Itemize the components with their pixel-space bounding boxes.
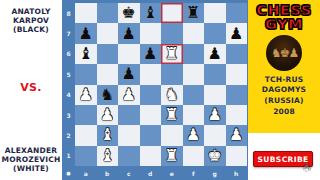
- square-c5[interactable]: ♟: [118, 64, 140, 84]
- brand-line2: GYM: [248, 18, 320, 32]
- black-player-name: ANATOLY KARPOV (BLACK): [0, 7, 62, 34]
- square-b8[interactable]: [97, 3, 119, 23]
- square-f6[interactable]: [183, 44, 205, 64]
- black-rook-f8[interactable]: ♜: [186, 5, 200, 21]
- square-d6[interactable]: ♟: [140, 44, 162, 64]
- square-f4[interactable]: [183, 85, 205, 105]
- square-g2[interactable]: [204, 125, 226, 145]
- channel-brand: CHESS GYM: [248, 0, 320, 32]
- square-b2[interactable]: ♝: [97, 125, 119, 145]
- event-line2: DAGOMYS: [248, 85, 320, 96]
- square-g4[interactable]: [204, 85, 226, 105]
- white-player-name: ALEXANDER MOROZEVICH (WHITE): [0, 146, 62, 173]
- white-pawn-h2[interactable]: ♟: [229, 127, 243, 143]
- square-f3[interactable]: [183, 105, 205, 125]
- white-pawn-f2[interactable]: ♟: [186, 127, 200, 143]
- thumbnail-root: ANATOLY KARPOV (BLACK) VS. ALEXANDER MOR…: [0, 0, 320, 180]
- file-label-e: e: [161, 166, 183, 180]
- square-h2[interactable]: ♟: [226, 125, 248, 145]
- square-a4[interactable]: ♟: [75, 85, 97, 105]
- white-king-g1[interactable]: ♚: [208, 147, 222, 163]
- square-c3[interactable]: [118, 105, 140, 125]
- square-g8[interactable]: [204, 3, 226, 23]
- square-b6[interactable]: [97, 44, 119, 64]
- file-label-b: b: [97, 166, 119, 180]
- event-line4: 2008: [248, 107, 320, 118]
- square-d5[interactable]: [140, 64, 162, 84]
- square-h6[interactable]: [226, 44, 248, 64]
- black-king-c8[interactable]: ♚: [122, 5, 136, 21]
- square-h7[interactable]: ♟: [226, 23, 248, 43]
- channel-panel: CHESS GYM ♞♚♟ TCH-RUS DAGOMYS (RUSSIA) 2…: [248, 0, 320, 180]
- square-a8[interactable]: [75, 3, 97, 23]
- square-b4[interactable]: ♞: [97, 85, 119, 105]
- file-label-c: c: [118, 166, 140, 180]
- square-a2[interactable]: [75, 125, 97, 145]
- square-c6[interactable]: [118, 44, 140, 64]
- event-line3: (RUSSIA): [248, 96, 320, 107]
- white-bishop-b1[interactable]: ♝: [100, 147, 114, 163]
- square-f5[interactable]: [183, 64, 205, 84]
- square-a6[interactable]: ♝: [75, 44, 97, 64]
- black-bishop-d8[interactable]: ♝: [143, 5, 157, 21]
- rank-label-4: 4: [62, 85, 75, 105]
- hand-cursor-icon: ☝: [301, 160, 312, 175]
- white-knight-e4[interactable]: ♞: [165, 86, 179, 102]
- square-c2[interactable]: [118, 125, 140, 145]
- file-labels: abcdefgh: [75, 166, 247, 180]
- square-h8[interactable]: [226, 3, 248, 23]
- square-g5[interactable]: [204, 64, 226, 84]
- square-g7[interactable]: [204, 23, 226, 43]
- square-d2[interactable]: [140, 125, 162, 145]
- white-player-line3: (WHITE): [0, 164, 62, 173]
- white-pawn-a4[interactable]: ♟: [79, 86, 93, 102]
- rank-label-6: 6: [62, 44, 75, 64]
- square-c8[interactable]: ♚: [118, 3, 140, 23]
- file-label-f: f: [183, 166, 205, 180]
- white-bishop-b2[interactable]: ♝: [100, 127, 114, 143]
- square-a7[interactable]: ♟: [75, 23, 97, 43]
- square-e5[interactable]: [161, 64, 183, 84]
- file-label-a: a: [75, 166, 97, 180]
- square-b7[interactable]: [97, 23, 119, 43]
- black-pawn-c5[interactable]: ♟: [122, 66, 136, 82]
- channel-header: CHESS GYM ♞♚♟ TCH-RUS DAGOMYS (RUSSIA) 2…: [248, 0, 320, 133]
- square-a1[interactable]: [75, 146, 97, 166]
- square-h3[interactable]: [226, 105, 248, 125]
- black-pawn-a7[interactable]: ♟: [79, 25, 93, 41]
- white-rook-e6[interactable]: ♜: [165, 45, 179, 61]
- versus-label: VS.: [0, 81, 62, 94]
- black-pawn-d6[interactable]: ♟: [143, 45, 157, 61]
- square-a5[interactable]: [75, 64, 97, 84]
- square-h1[interactable]: [226, 146, 248, 166]
- rank-label-5: 5: [62, 64, 75, 84]
- white-pawn-c4[interactable]: ♟: [122, 86, 136, 102]
- square-f7[interactable]: [183, 23, 205, 43]
- corner-dot: ●: [62, 166, 75, 180]
- square-g1[interactable]: ♚: [204, 146, 226, 166]
- file-label-h: h: [226, 166, 248, 180]
- white-rook-e1[interactable]: ♜: [165, 147, 179, 163]
- board-grid: ♚♝♜♟♟♟♝♟♜♟♟♟♞♟♞♟♜♟♝♟♟♝♜♚: [75, 3, 247, 166]
- square-d4[interactable]: [140, 85, 162, 105]
- square-e1[interactable]: ♜: [161, 146, 183, 166]
- black-pawn-g6[interactable]: ♟: [208, 45, 222, 61]
- square-f8[interactable]: ♜: [183, 3, 205, 23]
- chess-board: 87654321 ♚♝♜♟♟♟♝♟♜♟♟♟♞♟♞♟♜♟♝♟♟♝♜♚ ● abcd…: [62, 0, 248, 180]
- square-d1[interactable]: [140, 146, 162, 166]
- subscribe-area: SUBSCRIBE ☝: [248, 133, 320, 180]
- square-e2[interactable]: [161, 125, 183, 145]
- square-h5[interactable]: [226, 64, 248, 84]
- black-pawn-c7[interactable]: ♟: [122, 25, 136, 41]
- players-panel: ANATOLY KARPOV (BLACK) VS. ALEXANDER MOR…: [0, 0, 62, 180]
- black-knight-b4[interactable]: ♞: [100, 86, 114, 102]
- rank-label-8: 8: [62, 3, 75, 23]
- square-f1[interactable]: [183, 146, 205, 166]
- white-player-line1: ALEXANDER: [0, 146, 62, 155]
- square-h4[interactable]: [226, 85, 248, 105]
- square-d3[interactable]: [140, 105, 162, 125]
- square-a3[interactable]: [75, 105, 97, 125]
- square-b1[interactable]: ♝: [97, 146, 119, 166]
- black-player-line3: (BLACK): [0, 25, 62, 34]
- white-pawn-b3[interactable]: ♟: [100, 107, 114, 123]
- white-player-line2: MOROZEVICH: [0, 155, 62, 164]
- white-pawn-g3[interactable]: ♟: [208, 107, 222, 123]
- square-g6[interactable]: ♟: [204, 44, 226, 64]
- rank-label-1: 1: [62, 146, 75, 166]
- square-c4[interactable]: ♟: [118, 85, 140, 105]
- file-label-g: g: [204, 166, 226, 180]
- square-e8[interactable]: [161, 3, 183, 23]
- rank-labels: 87654321: [62, 3, 75, 166]
- black-pawn-h7[interactable]: ♟: [229, 25, 243, 41]
- square-c1[interactable]: [118, 146, 140, 166]
- square-b3[interactable]: ♟: [97, 105, 119, 125]
- square-d7[interactable]: [140, 23, 162, 43]
- square-c7[interactable]: ♟: [118, 23, 140, 43]
- black-player-line1: ANATOLY: [0, 7, 62, 16]
- black-bishop-a6[interactable]: ♝: [79, 45, 93, 61]
- square-f2[interactable]: ♟: [183, 125, 205, 145]
- white-rook-e3[interactable]: ♜: [165, 107, 179, 123]
- event-info: TCH-RUS DAGOMYS (RUSSIA) 2008: [248, 75, 320, 119]
- square-e4[interactable]: ♞: [161, 85, 183, 105]
- rank-label-7: 7: [62, 23, 75, 43]
- black-player-line2: KARPOV: [0, 16, 62, 25]
- chess-pieces-icon: ♞♚♟: [271, 46, 297, 60]
- square-b5[interactable]: [97, 64, 119, 84]
- rank-label-3: 3: [62, 105, 75, 125]
- channel-logo: ♞♚♟: [266, 35, 302, 71]
- rank-label-2: 2: [62, 125, 75, 145]
- square-e3[interactable]: ♜: [161, 105, 183, 125]
- square-e6[interactable]: ♜: [161, 44, 183, 64]
- event-line1: TCH-RUS: [248, 75, 320, 86]
- file-label-d: d: [140, 166, 162, 180]
- subscribe-button[interactable]: SUBSCRIBE ☝: [253, 151, 313, 167]
- square-d8[interactable]: ♝: [140, 3, 162, 23]
- square-g3[interactable]: ♟: [204, 105, 226, 125]
- square-e7[interactable]: [161, 23, 183, 43]
